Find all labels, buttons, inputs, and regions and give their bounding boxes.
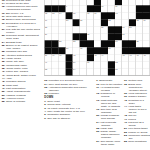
white-cell[interactable]: 41 bbox=[59, 54, 66, 61]
bottom-clues-column-c: 31. Certain iPod32. Brand once promoted … bbox=[124, 79, 150, 143]
white-cell[interactable]: 29 bbox=[45, 33, 52, 40]
white-cell[interactable] bbox=[73, 5, 80, 12]
white-cell[interactable]: 40 bbox=[52, 54, 59, 61]
white-cell[interactable]: 42 bbox=[73, 54, 80, 61]
black-cell bbox=[143, 12, 150, 19]
black-cell bbox=[73, 19, 80, 26]
clue-item: 24. List recipients (suburb) bbox=[96, 120, 122, 126]
cell-number: 50 bbox=[73, 61, 75, 63]
clue-item: 44. Hand that's unlikely to win a big po… bbox=[124, 105, 150, 114]
white-cell[interactable] bbox=[59, 61, 66, 68]
white-cell[interactable] bbox=[52, 19, 59, 26]
cell-number: 28 bbox=[129, 26, 131, 28]
white-cell[interactable] bbox=[115, 47, 122, 54]
black-cell bbox=[108, 68, 115, 75]
cell-number: 51 bbox=[87, 61, 89, 63]
clue-item: 23. Proposed Const. amendment since 1923 bbox=[2, 34, 44, 40]
white-cell[interactable] bbox=[52, 61, 59, 68]
white-cell[interactable]: 26 bbox=[101, 26, 108, 33]
bottom-clues-column-a: 63. Mountain in a Trevanian thriller64. … bbox=[44, 79, 94, 120]
black-cell bbox=[45, 5, 52, 12]
white-cell[interactable] bbox=[136, 61, 143, 68]
black-cell bbox=[59, 47, 66, 54]
black-cell bbox=[129, 19, 136, 26]
white-cell[interactable] bbox=[143, 61, 150, 68]
cell-number: 33 bbox=[73, 40, 75, 42]
cell-number: 40 bbox=[52, 54, 54, 56]
white-cell[interactable]: 44 bbox=[101, 54, 108, 61]
white-cell[interactable] bbox=[59, 33, 66, 40]
white-cell[interactable]: 19 bbox=[45, 19, 52, 26]
cell-number: 46 bbox=[129, 54, 131, 56]
black-cell bbox=[108, 33, 115, 40]
cell-number: 35 bbox=[136, 40, 138, 42]
white-cell[interactable]: 31 bbox=[122, 33, 129, 40]
clue-item: 27. One whose "from these parts" bbox=[96, 139, 122, 145]
black-cell bbox=[52, 47, 59, 54]
white-cell[interactable] bbox=[59, 68, 66, 75]
black-cell bbox=[87, 40, 94, 47]
white-cell[interactable]: 20 bbox=[66, 19, 73, 26]
white-cell[interactable] bbox=[115, 19, 122, 26]
cell-number: 55 bbox=[115, 68, 117, 70]
black-cell bbox=[87, 5, 94, 12]
clue-item: 32. Brand once promoted by "Sesame Stree… bbox=[124, 82, 150, 91]
cell-number: 34 bbox=[115, 40, 117, 42]
white-cell[interactable] bbox=[143, 68, 150, 75]
white-cell[interactable]: 23 bbox=[136, 19, 143, 26]
white-cell[interactable]: 14 bbox=[59, 12, 66, 19]
white-cell[interactable]: 24 bbox=[143, 19, 150, 26]
black-cell bbox=[80, 40, 87, 47]
white-cell[interactable]: 39 bbox=[45, 54, 52, 61]
black-cell bbox=[80, 33, 87, 40]
white-cell[interactable] bbox=[136, 68, 143, 75]
white-cell[interactable] bbox=[129, 12, 136, 19]
white-cell[interactable]: 52 bbox=[115, 61, 122, 68]
cell-number: 27 bbox=[122, 26, 124, 28]
white-cell[interactable]: 10 bbox=[101, 5, 108, 12]
white-cell[interactable]: 50 bbox=[73, 61, 80, 68]
black-cell bbox=[66, 12, 73, 19]
white-cell[interactable] bbox=[122, 19, 129, 26]
clue-item: 65. Actresses Lanchester and Palmer, fam… bbox=[44, 86, 94, 92]
page: 13. Preceders of the Gala14. Pyramid on … bbox=[0, 0, 150, 150]
white-cell[interactable] bbox=[66, 40, 73, 47]
clue-item: 49. Payment as a bonus bbox=[124, 121, 150, 127]
white-cell[interactable] bbox=[108, 54, 115, 61]
white-cell[interactable] bbox=[94, 26, 101, 33]
cell-number: 32 bbox=[59, 40, 61, 42]
cell-number: 54 bbox=[73, 68, 75, 70]
clue-item: 20. Words of dismay from Caesar bbox=[96, 114, 122, 120]
clue-item: 16. One-time PLO chairman bbox=[96, 108, 122, 114]
clue-item: 66. Flummox bbox=[44, 92, 94, 95]
white-cell[interactable]: 21 bbox=[80, 19, 87, 26]
white-cell[interactable] bbox=[115, 54, 122, 61]
black-cell bbox=[129, 40, 136, 47]
black-cell bbox=[66, 68, 73, 75]
white-cell[interactable] bbox=[129, 68, 136, 75]
cell-number: 23 bbox=[136, 19, 138, 21]
black-cell bbox=[101, 47, 108, 54]
black-cell bbox=[122, 40, 129, 47]
cell-number: 38 bbox=[108, 47, 110, 49]
cell-number: 19 bbox=[45, 19, 47, 21]
cell-number: 15 bbox=[73, 12, 75, 14]
down-header: DOWN bbox=[44, 96, 94, 99]
cell-number: 17 bbox=[94, 12, 96, 14]
clue-item: 53. Workplace-auditing grp. bbox=[124, 134, 150, 140]
white-cell[interactable] bbox=[101, 33, 108, 40]
cell-number: 42 bbox=[73, 54, 75, 56]
white-cell[interactable]: 47 bbox=[136, 54, 143, 61]
cell-number: 53 bbox=[45, 68, 47, 70]
white-cell[interactable] bbox=[94, 68, 101, 75]
white-cell[interactable]: 11 bbox=[115, 5, 122, 12]
cell-number: 24 bbox=[143, 19, 145, 21]
cell-number: 36 bbox=[66, 47, 68, 49]
white-cell[interactable] bbox=[80, 61, 87, 68]
white-cell[interactable]: 51 bbox=[87, 61, 94, 68]
black-cell bbox=[87, 47, 94, 54]
white-cell[interactable] bbox=[108, 5, 115, 12]
white-cell[interactable]: 32 bbox=[59, 40, 66, 47]
black-cell bbox=[52, 40, 59, 47]
white-cell[interactable] bbox=[80, 5, 87, 12]
white-cell[interactable]: 55 bbox=[115, 68, 122, 75]
white-cell[interactable] bbox=[52, 33, 59, 40]
clue-item: 13. What portends when dry and dusty, in… bbox=[96, 98, 122, 107]
white-cell[interactable]: 22 bbox=[108, 19, 115, 26]
black-cell bbox=[136, 47, 143, 54]
black-cell bbox=[108, 26, 115, 33]
white-cell[interactable]: 36 bbox=[66, 47, 73, 54]
white-cell[interactable] bbox=[143, 33, 150, 40]
white-cell[interactable]: 13 bbox=[52, 12, 59, 19]
black-cell bbox=[136, 5, 143, 12]
clue-item: 19. Declaration in a 1995 sci-fi "Voyage… bbox=[2, 21, 44, 27]
black-cell bbox=[108, 12, 115, 19]
white-cell[interactable] bbox=[94, 61, 101, 68]
white-cell[interactable] bbox=[122, 12, 129, 19]
cell-number: 44 bbox=[101, 54, 103, 56]
black-cell bbox=[136, 12, 143, 19]
white-cell[interactable]: 35 bbox=[136, 40, 143, 47]
black-cell bbox=[108, 40, 115, 47]
white-cell[interactable]: 33 bbox=[73, 40, 80, 47]
white-cell[interactable] bbox=[52, 26, 59, 33]
white-cell[interactable] bbox=[143, 40, 150, 47]
cell-number: 43 bbox=[94, 54, 96, 56]
clue-item: 11. He fought beside Ulysses bbox=[96, 86, 122, 92]
cell-number: 41 bbox=[59, 54, 61, 56]
clue-item: 12. Rodriguez of comedy bbox=[96, 92, 122, 98]
white-cell[interactable] bbox=[94, 33, 101, 40]
black-cell bbox=[143, 47, 150, 54]
white-cell[interactable] bbox=[94, 19, 101, 26]
white-cell[interactable] bbox=[101, 68, 108, 75]
down-first-list: 1. Spiny plant2. Tennis Club Autocrat3. … bbox=[44, 100, 94, 120]
black-cell bbox=[87, 54, 94, 61]
white-cell[interactable] bbox=[52, 68, 59, 75]
white-cell[interactable] bbox=[59, 19, 66, 26]
white-cell[interactable] bbox=[136, 26, 143, 33]
black-cell bbox=[129, 47, 136, 54]
black-cell bbox=[45, 40, 52, 47]
white-cell[interactable]: 12 bbox=[45, 12, 52, 19]
white-cell[interactable] bbox=[143, 26, 150, 33]
white-cell[interactable]: 38 bbox=[108, 47, 115, 54]
white-cell[interactable] bbox=[80, 26, 87, 33]
cell-number: 26 bbox=[101, 26, 103, 28]
white-cell[interactable] bbox=[129, 33, 136, 40]
clue-item: 21. Play with the film "metro-afield peo… bbox=[2, 28, 44, 34]
white-cell[interactable]: 53 bbox=[45, 68, 52, 75]
white-cell[interactable]: 27 bbox=[122, 26, 129, 33]
cell-number: 11 bbox=[115, 5, 117, 7]
white-cell[interactable]: 34 bbox=[115, 40, 122, 47]
cell-number: 18 bbox=[115, 12, 117, 14]
white-cell[interactable]: 49 bbox=[45, 61, 52, 68]
puzzle-page-thumbnail: 13. Preceders of the Gala14. Pyramid on … bbox=[0, 0, 150, 150]
white-cell[interactable] bbox=[73, 26, 80, 33]
black-cell bbox=[101, 12, 108, 19]
white-cell[interactable] bbox=[80, 12, 87, 19]
white-cell[interactable] bbox=[94, 40, 101, 47]
cell-number: 12 bbox=[45, 12, 47, 14]
black-cell bbox=[115, 33, 122, 40]
white-cell[interactable] bbox=[101, 61, 108, 68]
white-cell[interactable]: 16 bbox=[87, 12, 94, 19]
white-cell[interactable] bbox=[122, 68, 129, 75]
white-cell[interactable]: 25 bbox=[45, 26, 52, 33]
white-cell[interactable] bbox=[87, 19, 94, 26]
cell-number: 52 bbox=[115, 61, 117, 63]
white-cell[interactable]: 43 bbox=[94, 54, 101, 61]
clue-item: 6. One way to stand by bbox=[44, 116, 94, 119]
black-cell bbox=[94, 5, 101, 12]
bottom-clues-column-b: 9. Emblematic10. Pipe to the junction11.… bbox=[96, 79, 122, 146]
cell-number: 29 bbox=[45, 33, 47, 35]
clue-item: 26. Rhode Island-based insurance company bbox=[96, 130, 122, 139]
cell-number: 39 bbox=[45, 54, 47, 56]
crossword-grid: 1234567891011121314151617181920212223242… bbox=[44, 0, 150, 76]
black-cell bbox=[66, 61, 73, 68]
white-cell[interactable]: 18 bbox=[115, 12, 122, 19]
clue-item: 42. Symptom of a scare bbox=[124, 98, 150, 104]
black-cell bbox=[115, 26, 122, 33]
cell-number: 25 bbox=[45, 26, 47, 28]
black-cell bbox=[94, 47, 101, 54]
white-cell[interactable] bbox=[66, 33, 73, 40]
black-cell bbox=[73, 33, 80, 40]
white-cell[interactable] bbox=[59, 26, 66, 33]
white-cell[interactable]: 46 bbox=[129, 54, 136, 61]
white-cell[interactable] bbox=[66, 26, 73, 33]
across-clues-column: 13. Preceders of the Gala14. Pyramid on … bbox=[2, 0, 44, 103]
white-cell[interactable] bbox=[136, 33, 143, 40]
cell-number: 47 bbox=[136, 54, 138, 56]
black-cell bbox=[122, 47, 129, 54]
cell-number: 20 bbox=[66, 19, 68, 21]
black-cell bbox=[101, 40, 108, 47]
cell-number: 22 bbox=[108, 19, 110, 21]
cell-number: 48 bbox=[143, 54, 145, 56]
white-cell[interactable]: 54 bbox=[73, 68, 80, 75]
cell-number: 37 bbox=[80, 47, 82, 49]
clue-item: 58. Stone of criticism bbox=[2, 100, 44, 103]
cell-number: 45 bbox=[122, 54, 124, 56]
black-cell bbox=[45, 47, 52, 54]
cell-number: 14 bbox=[59, 12, 61, 14]
cell-number: 30 bbox=[87, 33, 89, 35]
white-cell[interactable]: 9 bbox=[66, 5, 73, 12]
white-cell[interactable] bbox=[87, 68, 94, 75]
white-cell[interactable]: 28 bbox=[129, 26, 136, 33]
black-cell bbox=[143, 5, 150, 12]
cell-number: 9 bbox=[66, 5, 67, 7]
white-cell[interactable] bbox=[73, 47, 80, 54]
black-cell bbox=[66, 54, 73, 61]
clue-item: 25. Bronze of an eight-ft. Disney icon, … bbox=[2, 44, 44, 50]
cell-number: 13 bbox=[52, 12, 54, 14]
white-cell[interactable] bbox=[80, 68, 87, 75]
white-cell[interactable]: 15 bbox=[73, 12, 80, 19]
white-cell[interactable] bbox=[87, 26, 94, 33]
white-cell[interactable] bbox=[80, 54, 87, 61]
white-cell[interactable] bbox=[129, 5, 136, 12]
cell-number: 31 bbox=[122, 33, 124, 35]
white-cell[interactable] bbox=[122, 61, 129, 68]
black-cell bbox=[59, 5, 66, 12]
black-cell bbox=[108, 61, 115, 68]
clue-item: 55. Rock formations bbox=[124, 140, 150, 143]
cell-number: 21 bbox=[80, 19, 82, 21]
cell-number: 10 bbox=[101, 5, 103, 7]
white-cell[interactable]: 48 bbox=[143, 54, 150, 61]
cell-number: 16 bbox=[87, 12, 89, 14]
white-cell[interactable]: 37 bbox=[80, 47, 87, 54]
clue-item: 15. Holmes/Clarence who wrote "Tomorrow'… bbox=[2, 5, 44, 11]
across-tail-list: 63. Mountain in a Trevanian thriller64. … bbox=[44, 79, 94, 95]
white-cell[interactable] bbox=[129, 61, 136, 68]
white-cell[interactable]: 17 bbox=[94, 12, 101, 19]
cell-number: 49 bbox=[45, 61, 47, 63]
black-cell bbox=[101, 19, 108, 26]
white-cell[interactable]: 30 bbox=[87, 33, 94, 40]
black-cell bbox=[52, 5, 59, 12]
white-cell[interactable] bbox=[122, 5, 129, 12]
white-cell[interactable]: 45 bbox=[122, 54, 129, 61]
